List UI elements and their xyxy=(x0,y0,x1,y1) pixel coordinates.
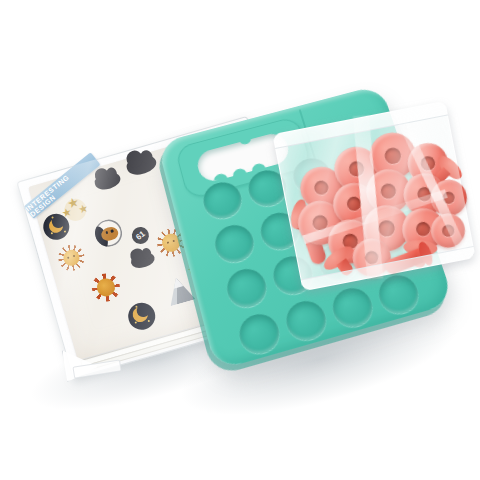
card-icon-moon xyxy=(124,299,157,332)
card-icon-cloud xyxy=(93,170,122,193)
card-icon-owl xyxy=(91,216,124,249)
card-icon-cloud xyxy=(129,250,156,271)
board-socket xyxy=(223,265,271,312)
card-icon-redsun xyxy=(89,270,124,305)
board-socket xyxy=(211,221,258,267)
card-icon-badge: 61 xyxy=(128,223,152,247)
grip-notch xyxy=(238,132,252,145)
card-icon-cloud xyxy=(125,152,159,178)
pegs-bag xyxy=(272,101,475,292)
card-icon-mountain xyxy=(163,274,195,306)
product-photo-scene: ★★★61★★★ INTERESTING DESIGN xyxy=(0,0,480,480)
card-icon-sun xyxy=(55,242,87,274)
